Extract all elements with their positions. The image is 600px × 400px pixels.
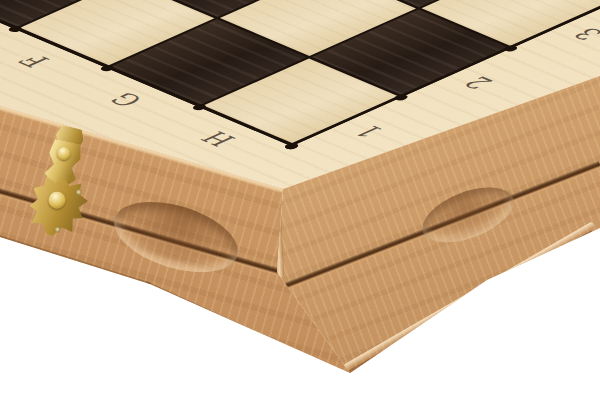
file-label-f: F [12, 51, 57, 71]
finger-groove-right [415, 176, 521, 253]
rank-label-2: 2 [457, 73, 501, 92]
photo-stage: ABCDEFGH12345678 [0, 0, 600, 400]
finger-groove-left [106, 189, 247, 286]
file-label-h: H [194, 128, 243, 149]
clasp-screw-icon [75, 188, 82, 195]
rank-label-1: 1 [347, 122, 391, 141]
file-label-g: G [103, 89, 150, 110]
clasp-screw-icon [54, 226, 61, 233]
rank-label-3: 3 [566, 24, 600, 43]
brass-clasp [19, 121, 111, 247]
